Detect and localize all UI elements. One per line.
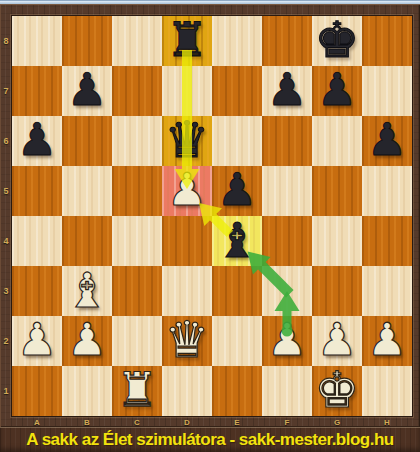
piece-black-queen-d6[interactable]: ♛ <box>165 115 210 165</box>
square-e2[interactable] <box>212 316 262 366</box>
piece-black-rook-d8[interactable]: ♜ <box>166 15 208 65</box>
square-e3[interactable] <box>212 266 262 316</box>
rank-label-1: 1 <box>0 366 12 416</box>
square-a6[interactable]: ♟ <box>12 116 62 166</box>
piece-black-king-g8[interactable]: ♚ <box>315 15 360 65</box>
square-b4[interactable] <box>62 216 112 266</box>
square-b7[interactable]: ♟ <box>62 66 112 116</box>
rank-label-2: 2 <box>0 316 12 366</box>
square-a7[interactable] <box>12 66 62 116</box>
square-c8[interactable] <box>112 16 162 66</box>
piece-white-pawn-b2[interactable]: ♟ <box>67 315 107 365</box>
square-f5[interactable] <box>262 166 312 216</box>
piece-black-pawn-g7[interactable]: ♟ <box>317 65 357 115</box>
piece-black-pawn-e5[interactable]: ♟ <box>217 165 257 215</box>
square-c3[interactable] <box>112 266 162 316</box>
caption-bar: A sakk az Élet szimulátora - sakk-mester… <box>0 427 420 452</box>
square-a5[interactable] <box>12 166 62 216</box>
square-c5[interactable] <box>112 166 162 216</box>
square-b3[interactable]: ♝ <box>62 266 112 316</box>
square-g7[interactable]: ♟ <box>312 66 362 116</box>
square-g1[interactable]: ♚ <box>312 366 362 416</box>
rank-label-4: 4 <box>0 216 12 266</box>
square-c6[interactable] <box>112 116 162 166</box>
square-b5[interactable] <box>62 166 112 216</box>
piece-black-pawn-h6[interactable]: ♟ <box>367 115 407 165</box>
square-f1[interactable] <box>262 366 312 416</box>
piece-white-pawn-g2[interactable]: ♟ <box>317 315 357 365</box>
square-f2[interactable]: ♟ <box>262 316 312 366</box>
square-e6[interactable] <box>212 116 262 166</box>
square-h5[interactable] <box>362 166 412 216</box>
piece-white-pawn-h2[interactable]: ♟ <box>367 315 407 365</box>
square-e5[interactable]: ♟ <box>212 166 262 216</box>
square-g6[interactable] <box>312 116 362 166</box>
piece-white-bishop-b3[interactable]: ♝ <box>65 265 108 315</box>
chess-diagram: 87654321 ABCDEFGH ♜♚♟♟♟♟♛♟♟♟♝♝♟♟♛♟♟♟♜♚ A… <box>0 0 420 452</box>
square-a8[interactable] <box>12 16 62 66</box>
square-f3[interactable] <box>262 266 312 316</box>
square-d2[interactable]: ♛ <box>162 316 212 366</box>
piece-white-queen-d2[interactable]: ♛ <box>165 315 210 365</box>
square-d8[interactable]: ♜ <box>162 16 212 66</box>
square-f7[interactable]: ♟ <box>262 66 312 116</box>
square-d5[interactable]: ♟ <box>162 166 212 216</box>
square-a2[interactable]: ♟ <box>12 316 62 366</box>
square-g5[interactable] <box>312 166 362 216</box>
square-g8[interactable]: ♚ <box>312 16 362 66</box>
square-f4[interactable] <box>262 216 312 266</box>
square-h4[interactable] <box>362 216 412 266</box>
square-d4[interactable] <box>162 216 212 266</box>
square-a1[interactable] <box>12 366 62 416</box>
piece-black-pawn-b7[interactable]: ♟ <box>67 65 107 115</box>
piece-white-pawn-a2[interactable]: ♟ <box>17 315 57 365</box>
piece-black-pawn-a6[interactable]: ♟ <box>17 115 57 165</box>
square-e4[interactable]: ♝ <box>212 216 262 266</box>
square-d6[interactable]: ♛ <box>162 116 212 166</box>
rank-label-8: 8 <box>0 16 12 66</box>
square-b1[interactable] <box>62 366 112 416</box>
square-c7[interactable] <box>112 66 162 116</box>
square-c2[interactable] <box>112 316 162 366</box>
square-c1[interactable]: ♜ <box>112 366 162 416</box>
piece-white-king-g1[interactable]: ♚ <box>315 365 360 415</box>
square-e7[interactable] <box>212 66 262 116</box>
rank-label-7: 7 <box>0 66 12 116</box>
piece-black-pawn-f7[interactable]: ♟ <box>267 65 307 115</box>
square-e1[interactable] <box>212 366 262 416</box>
square-d1[interactable] <box>162 366 212 416</box>
piece-white-pawn-f2[interactable]: ♟ <box>267 315 307 365</box>
square-d3[interactable] <box>162 266 212 316</box>
square-h2[interactable]: ♟ <box>362 316 412 366</box>
square-g3[interactable] <box>312 266 362 316</box>
chess-board: ♜♚♟♟♟♟♛♟♟♟♝♝♟♟♛♟♟♟♜♚ <box>12 16 412 416</box>
square-f8[interactable] <box>262 16 312 66</box>
square-a3[interactable] <box>12 266 62 316</box>
piece-white-pawn-d5[interactable]: ♟ <box>167 165 207 215</box>
caption-text: A sakk az Élet szimulátora - sakk-mester… <box>26 430 393 450</box>
square-h3[interactable] <box>362 266 412 316</box>
square-h6[interactable]: ♟ <box>362 116 412 166</box>
square-h7[interactable] <box>362 66 412 116</box>
square-d7[interactable] <box>162 66 212 116</box>
square-g4[interactable] <box>312 216 362 266</box>
square-f6[interactable] <box>262 116 312 166</box>
square-g2[interactable]: ♟ <box>312 316 362 366</box>
rank-label-3: 3 <box>0 266 12 316</box>
piece-black-bishop-e4[interactable]: ♝ <box>215 215 258 265</box>
square-b8[interactable] <box>62 16 112 66</box>
square-c4[interactable] <box>112 216 162 266</box>
square-b6[interactable] <box>62 116 112 166</box>
square-h8[interactable] <box>362 16 412 66</box>
rank-label-5: 5 <box>0 166 12 216</box>
rank-label-6: 6 <box>0 116 12 166</box>
square-a4[interactable] <box>12 216 62 266</box>
piece-white-rook-c1[interactable]: ♜ <box>116 365 158 415</box>
square-h1[interactable] <box>362 366 412 416</box>
square-e8[interactable] <box>212 16 262 66</box>
square-b2[interactable]: ♟ <box>62 316 112 366</box>
